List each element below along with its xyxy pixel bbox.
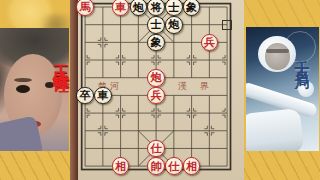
piece-red-soldier[interactable]: 兵 (147, 87, 165, 105)
piece-black-general[interactable]: 将 (147, 0, 165, 16)
board-intersections-grid: 馬車炮将士象士炮象兵炮卒車兵仕相帥仕相 (76, 0, 236, 175)
last-move-marker (222, 20, 232, 30)
eye-shape (45, 82, 54, 88)
piece-red-soldier[interactable]: 兵 (201, 34, 219, 52)
piece-black-soldier[interactable]: 卒 (76, 87, 94, 105)
piece-black-cannon[interactable]: 炮 (165, 16, 183, 34)
piece-red-elephant[interactable]: 相 (183, 157, 201, 175)
piece-red-general[interactable]: 帥 (147, 157, 165, 175)
robot-photo (246, 27, 319, 151)
background-mat-pattern-top (244, 0, 320, 30)
piece-red-cannon[interactable]: 炮 (147, 69, 165, 87)
robot-visor-shape (266, 49, 289, 53)
piece-red-elephant[interactable]: 相 (112, 157, 130, 175)
robot-face-shape (265, 43, 290, 70)
piece-black-advisor[interactable]: 士 (165, 0, 183, 16)
streamer-webcam-photo (0, 28, 69, 151)
video-frame: 王铁锤 千古名局 楚河 漢界 馬車炮将士象士炮象兵炮卒車兵仕相帥仕相 (0, 0, 320, 180)
piece-red-advisor[interactable]: 仕 (165, 157, 183, 175)
piece-red-horse[interactable]: 馬 (76, 0, 94, 16)
piece-black-elephant[interactable]: 象 (147, 34, 165, 52)
piece-black-elephant[interactable]: 象 (183, 0, 201, 16)
piece-black-cannon[interactable]: 炮 (130, 0, 148, 16)
piece-black-advisor[interactable]: 士 (147, 16, 165, 34)
piece-black-chariot[interactable]: 車 (94, 87, 112, 105)
xiangqi-board[interactable]: 楚河 漢界 馬車炮将士象士炮象兵炮卒車兵仕相帥仕相 (78, 0, 244, 180)
eye-shape (16, 85, 30, 93)
eyebrow-shape (14, 78, 32, 82)
player-name-caption: 王铁锤 (53, 52, 69, 70)
robot-hand-shape (298, 81, 314, 97)
robot-body-shape (246, 108, 304, 151)
piece-red-advisor[interactable]: 仕 (147, 140, 165, 158)
piece-red-chariot[interactable]: 車 (112, 0, 130, 16)
series-title-caption: 千古名局 (294, 47, 309, 67)
